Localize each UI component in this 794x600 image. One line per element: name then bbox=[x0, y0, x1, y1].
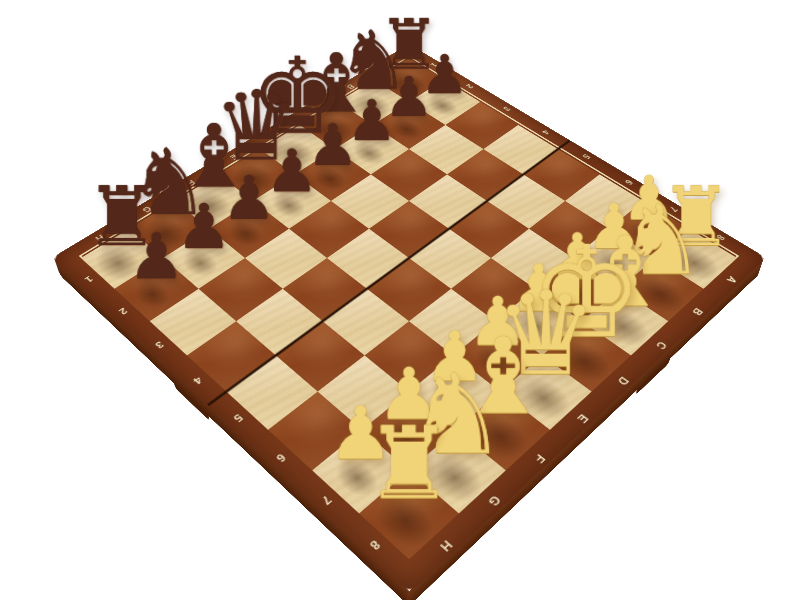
square-h3[interactable] bbox=[150, 289, 236, 356]
file-label-h: H bbox=[435, 535, 457, 555]
file-label-c: C bbox=[651, 337, 670, 352]
dark-pawn-glyph: ♟ bbox=[128, 225, 185, 289]
square-g3[interactable] bbox=[199, 258, 283, 321]
rank-label-7: 7 bbox=[315, 490, 336, 509]
scene: 1A1A2B2B3C3C4D4D5E5E6F6F7G7G8H8H ♜♞♝♚♛♝♞… bbox=[0, 0, 794, 600]
file-label-f: F bbox=[529, 449, 549, 467]
rank-label-8: 8 bbox=[363, 534, 385, 554]
file-label-b: B bbox=[688, 304, 706, 318]
square-g5[interactable] bbox=[276, 321, 365, 391]
square-f5[interactable] bbox=[323, 289, 409, 356]
file-label-a: A bbox=[722, 273, 740, 286]
square-h5[interactable] bbox=[226, 355, 317, 429]
square-e5[interactable] bbox=[367, 258, 451, 321]
square-h4[interactable] bbox=[187, 321, 276, 391]
file-label-e: E bbox=[572, 410, 592, 427]
square-g4[interactable] bbox=[236, 289, 322, 356]
file-label-d: D bbox=[613, 373, 632, 389]
light-rook-glyph: ♜ bbox=[364, 414, 453, 514]
file-label-g: G bbox=[483, 491, 504, 510]
square-f4[interactable] bbox=[283, 258, 367, 321]
